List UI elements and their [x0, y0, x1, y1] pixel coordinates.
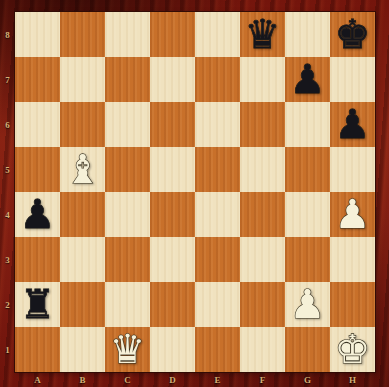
- square-b5[interactable]: ♝: [60, 147, 105, 192]
- piece-white-queen[interactable]: ♛: [110, 327, 146, 372]
- square-a7[interactable]: [15, 57, 60, 102]
- square-g2[interactable]: ♟: [285, 282, 330, 327]
- square-e7[interactable]: [195, 57, 240, 102]
- square-d8[interactable]: [150, 12, 195, 57]
- square-e2[interactable]: [195, 282, 240, 327]
- file-label-g: G: [285, 372, 330, 387]
- square-d7[interactable]: [150, 57, 195, 102]
- file-label-h: H: [330, 372, 375, 387]
- square-g6[interactable]: [285, 102, 330, 147]
- square-f8[interactable]: ♛: [240, 12, 285, 57]
- square-b1[interactable]: [60, 327, 105, 372]
- square-h4[interactable]: ♟: [330, 192, 375, 237]
- square-h8[interactable]: ♚: [330, 12, 375, 57]
- chess-board-frame: 87654321 ABCDEFGH ♛♚♟♟♝♟♟♜♟♛♚: [0, 0, 389, 387]
- rank-label-7: 7: [0, 57, 15, 102]
- file-label-e: E: [195, 372, 240, 387]
- file-label-b: B: [60, 372, 105, 387]
- chess-board: ♛♚♟♟♝♟♟♜♟♛♚: [15, 12, 375, 372]
- square-h3[interactable]: [330, 237, 375, 282]
- square-d3[interactable]: [150, 237, 195, 282]
- square-h2[interactable]: [330, 282, 375, 327]
- square-d4[interactable]: [150, 192, 195, 237]
- square-b4[interactable]: [60, 192, 105, 237]
- square-c2[interactable]: [105, 282, 150, 327]
- piece-white-king[interactable]: ♚: [335, 327, 371, 372]
- rank-label-2: 2: [0, 282, 15, 327]
- square-e1[interactable]: [195, 327, 240, 372]
- piece-white-pawn[interactable]: ♟: [290, 282, 326, 327]
- file-label-f: F: [240, 372, 285, 387]
- piece-black-queen[interactable]: ♛: [245, 12, 281, 57]
- square-g3[interactable]: [285, 237, 330, 282]
- square-g4[interactable]: [285, 192, 330, 237]
- piece-black-rook[interactable]: ♜: [20, 282, 56, 327]
- square-g8[interactable]: [285, 12, 330, 57]
- square-g7[interactable]: ♟: [285, 57, 330, 102]
- piece-white-bishop[interactable]: ♝: [65, 147, 101, 192]
- square-f1[interactable]: [240, 327, 285, 372]
- square-d5[interactable]: [150, 147, 195, 192]
- square-b2[interactable]: [60, 282, 105, 327]
- file-label-d: D: [150, 372, 195, 387]
- square-c8[interactable]: [105, 12, 150, 57]
- square-a1[interactable]: [15, 327, 60, 372]
- square-a5[interactable]: [15, 147, 60, 192]
- square-b7[interactable]: [60, 57, 105, 102]
- square-a2[interactable]: ♜: [15, 282, 60, 327]
- square-c3[interactable]: [105, 237, 150, 282]
- square-e8[interactable]: [195, 12, 240, 57]
- square-h1[interactable]: ♚: [330, 327, 375, 372]
- rank-label-3: 3: [0, 237, 15, 282]
- square-f3[interactable]: [240, 237, 285, 282]
- square-c5[interactable]: [105, 147, 150, 192]
- square-b8[interactable]: [60, 12, 105, 57]
- square-d1[interactable]: [150, 327, 195, 372]
- square-a8[interactable]: [15, 12, 60, 57]
- square-g5[interactable]: [285, 147, 330, 192]
- piece-black-pawn[interactable]: ♟: [335, 102, 371, 147]
- square-a3[interactable]: [15, 237, 60, 282]
- rank-label-5: 5: [0, 147, 15, 192]
- square-b6[interactable]: [60, 102, 105, 147]
- square-e6[interactable]: [195, 102, 240, 147]
- square-c4[interactable]: [105, 192, 150, 237]
- square-f2[interactable]: [240, 282, 285, 327]
- rank-label-4: 4: [0, 192, 15, 237]
- square-f7[interactable]: [240, 57, 285, 102]
- square-d2[interactable]: [150, 282, 195, 327]
- square-h7[interactable]: [330, 57, 375, 102]
- square-d6[interactable]: [150, 102, 195, 147]
- rank-label-6: 6: [0, 102, 15, 147]
- square-f6[interactable]: [240, 102, 285, 147]
- piece-black-pawn[interactable]: ♟: [290, 57, 326, 102]
- rank-label-8: 8: [0, 12, 15, 57]
- square-g1[interactable]: [285, 327, 330, 372]
- piece-black-king[interactable]: ♚: [335, 12, 371, 57]
- square-e5[interactable]: [195, 147, 240, 192]
- square-c7[interactable]: [105, 57, 150, 102]
- square-h6[interactable]: ♟: [330, 102, 375, 147]
- square-f4[interactable]: [240, 192, 285, 237]
- square-f5[interactable]: [240, 147, 285, 192]
- square-e4[interactable]: [195, 192, 240, 237]
- square-h5[interactable]: [330, 147, 375, 192]
- file-label-a: A: [15, 372, 60, 387]
- square-c6[interactable]: [105, 102, 150, 147]
- square-b3[interactable]: [60, 237, 105, 282]
- file-labels: ABCDEFGH: [15, 372, 375, 387]
- piece-white-pawn[interactable]: ♟: [335, 192, 371, 237]
- file-label-c: C: [105, 372, 150, 387]
- piece-black-pawn[interactable]: ♟: [20, 192, 56, 237]
- square-a4[interactable]: ♟: [15, 192, 60, 237]
- square-c1[interactable]: ♛: [105, 327, 150, 372]
- square-e3[interactable]: [195, 237, 240, 282]
- rank-label-1: 1: [0, 327, 15, 372]
- rank-labels: 87654321: [0, 12, 15, 372]
- square-a6[interactable]: [15, 102, 60, 147]
